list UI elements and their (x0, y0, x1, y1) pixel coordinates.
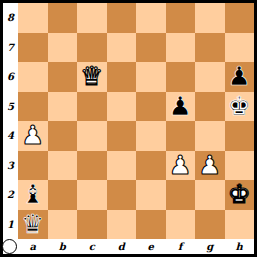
square-c8[interactable] (77, 3, 107, 33)
square-e5[interactable] (136, 92, 166, 122)
file-label-g: g (195, 239, 225, 254)
rank-labels: 87654321 (3, 3, 18, 239)
rank-label-4: 4 (3, 121, 18, 151)
square-b8[interactable] (48, 3, 78, 33)
rank-label-1: 1 (3, 210, 18, 240)
square-g7[interactable] (195, 33, 225, 63)
square-f3[interactable]: ♟ (166, 151, 196, 181)
file-label-c: c (77, 239, 107, 254)
square-f4[interactable] (166, 121, 196, 151)
square-h2[interactable]: ♚ (225, 180, 255, 210)
piece-black-bishop[interactable]: ♝ (21, 180, 44, 210)
square-h8[interactable] (225, 3, 255, 33)
file-labels: abcdefgh (18, 239, 254, 254)
square-g8[interactable] (195, 3, 225, 33)
square-h6[interactable]: ♟ (225, 62, 255, 92)
rank-label-6: 6 (3, 62, 18, 92)
square-e8[interactable] (136, 3, 166, 33)
piece-black-king[interactable]: ♚ (228, 92, 251, 122)
square-a5[interactable] (18, 92, 48, 122)
chess-diagram: 87654321 ♛♟♟♚♟♟♟♝♚♛ abcdefgh (0, 0, 257, 257)
square-h5[interactable]: ♚ (225, 92, 255, 122)
square-a7[interactable] (18, 33, 48, 63)
rank-label-8: 8 (3, 3, 18, 33)
square-h7[interactable] (225, 33, 255, 63)
square-e4[interactable] (136, 121, 166, 151)
file-label-e: e (136, 239, 166, 254)
square-d5[interactable] (107, 92, 137, 122)
square-c1[interactable] (77, 210, 107, 240)
chess-board: ♛♟♟♚♟♟♟♝♚♛ (18, 3, 254, 239)
rank-label-2: 2 (3, 180, 18, 210)
square-c3[interactable] (77, 151, 107, 181)
square-b6[interactable] (48, 62, 78, 92)
square-g5[interactable] (195, 92, 225, 122)
square-b3[interactable] (48, 151, 78, 181)
square-d7[interactable] (107, 33, 137, 63)
side-to-move-indicator (2, 239, 17, 254)
square-a8[interactable] (18, 3, 48, 33)
square-h3[interactable] (225, 151, 255, 181)
square-b5[interactable] (48, 92, 78, 122)
piece-white-king[interactable]: ♚ (228, 180, 251, 210)
square-g2[interactable] (195, 180, 225, 210)
square-e1[interactable] (136, 210, 166, 240)
piece-white-pawn[interactable]: ♟ (169, 151, 192, 181)
square-d2[interactable] (107, 180, 137, 210)
rank-label-3: 3 (3, 151, 18, 181)
square-d6[interactable] (107, 62, 137, 92)
square-a1[interactable]: ♛ (18, 210, 48, 240)
square-g1[interactable] (195, 210, 225, 240)
square-f1[interactable] (166, 210, 196, 240)
board-corner (3, 239, 18, 254)
square-h4[interactable] (225, 121, 255, 151)
square-f2[interactable] (166, 180, 196, 210)
square-g3[interactable]: ♟ (195, 151, 225, 181)
square-a3[interactable] (18, 151, 48, 181)
square-f5[interactable]: ♟ (166, 92, 196, 122)
square-e2[interactable] (136, 180, 166, 210)
square-a4[interactable]: ♟ (18, 121, 48, 151)
square-b7[interactable] (48, 33, 78, 63)
square-d1[interactable] (107, 210, 137, 240)
square-a6[interactable] (18, 62, 48, 92)
square-a2[interactable]: ♝ (18, 180, 48, 210)
square-b1[interactable] (48, 210, 78, 240)
piece-black-pawn[interactable]: ♟ (228, 62, 251, 92)
rank-label-5: 5 (3, 92, 18, 122)
piece-black-pawn[interactable]: ♟ (169, 92, 192, 122)
rank-label-7: 7 (3, 33, 18, 63)
square-e6[interactable] (136, 62, 166, 92)
file-label-d: d (107, 239, 137, 254)
square-d8[interactable] (107, 3, 137, 33)
square-c7[interactable] (77, 33, 107, 63)
square-e3[interactable] (136, 151, 166, 181)
file-label-b: b (48, 239, 78, 254)
square-c2[interactable] (77, 180, 107, 210)
square-h1[interactable] (225, 210, 255, 240)
square-b2[interactable] (48, 180, 78, 210)
square-f7[interactable] (166, 33, 196, 63)
file-label-h: h (225, 239, 255, 254)
square-g6[interactable] (195, 62, 225, 92)
square-e7[interactable] (136, 33, 166, 63)
square-c6[interactable]: ♛ (77, 62, 107, 92)
piece-white-pawn[interactable]: ♟ (198, 151, 221, 181)
square-f8[interactable] (166, 3, 196, 33)
piece-white-queen[interactable]: ♛ (80, 62, 103, 92)
square-c4[interactable] (77, 121, 107, 151)
file-label-f: f (166, 239, 196, 254)
square-c5[interactable] (77, 92, 107, 122)
square-b4[interactable] (48, 121, 78, 151)
square-d3[interactable] (107, 151, 137, 181)
piece-black-queen[interactable]: ♛ (21, 210, 44, 240)
square-d4[interactable] (107, 121, 137, 151)
file-label-a: a (18, 239, 48, 254)
square-f6[interactable] (166, 62, 196, 92)
square-g4[interactable] (195, 121, 225, 151)
piece-white-pawn[interactable]: ♟ (21, 121, 44, 151)
